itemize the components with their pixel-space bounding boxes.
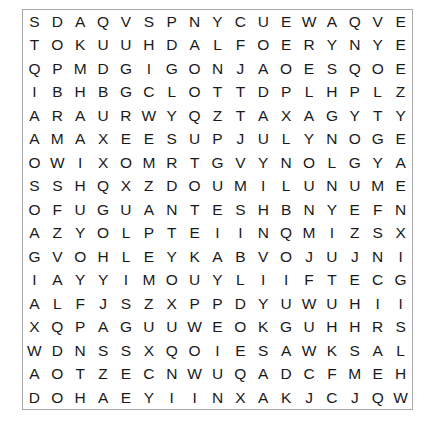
grid-cell[interactable]: U bbox=[320, 245, 343, 268]
grid-cell[interactable]: Q bbox=[160, 339, 183, 362]
grid-cell[interactable]: J bbox=[229, 57, 252, 80]
grid-cell[interactable]: V bbox=[252, 245, 275, 268]
grid-cell[interactable]: O bbox=[366, 57, 389, 80]
grid-cell[interactable]: K bbox=[183, 245, 206, 268]
grid-cell[interactable]: H bbox=[137, 33, 160, 56]
grid-cell[interactable]: W bbox=[183, 362, 206, 385]
grid-cell[interactable]: C bbox=[298, 362, 321, 385]
grid-cell[interactable]: S bbox=[229, 198, 252, 221]
grid-cell[interactable]: A bbox=[252, 57, 275, 80]
grid-cell[interactable]: D bbox=[160, 174, 183, 197]
grid-cell[interactable]: K bbox=[320, 339, 343, 362]
grid-cell[interactable]: Q bbox=[183, 104, 206, 127]
grid-cell[interactable]: T bbox=[229, 104, 252, 127]
grid-cell[interactable]: E bbox=[389, 127, 412, 150]
grid-cell[interactable]: I bbox=[366, 292, 389, 315]
grid-cell[interactable]: W bbox=[183, 315, 206, 338]
grid-cell[interactable]: G bbox=[343, 151, 366, 174]
grid-cell[interactable]: P bbox=[137, 221, 160, 244]
grid-cell[interactable]: Q bbox=[46, 315, 69, 338]
grid-cell[interactable]: D bbox=[46, 10, 69, 33]
grid-cell[interactable]: E bbox=[389, 57, 412, 80]
grid-cell[interactable]: K bbox=[69, 33, 92, 56]
grid-cell[interactable]: Y bbox=[206, 10, 229, 33]
grid-cell[interactable]: T bbox=[183, 151, 206, 174]
grid-cell[interactable]: L bbox=[229, 268, 252, 291]
grid-cell[interactable]: O bbox=[183, 80, 206, 103]
grid-cell[interactable]: Y bbox=[160, 245, 183, 268]
grid-cell[interactable]: C bbox=[229, 10, 252, 33]
grid-cell[interactable]: S bbox=[92, 339, 115, 362]
grid-cell[interactable]: L bbox=[298, 80, 321, 103]
grid-cell[interactable]: E bbox=[298, 57, 321, 80]
grid-cell[interactable]: M bbox=[343, 362, 366, 385]
grid-cell[interactable]: U bbox=[298, 174, 321, 197]
grid-cell[interactable]: E bbox=[137, 127, 160, 150]
grid-cell[interactable]: A bbox=[298, 104, 321, 127]
grid-cell[interactable]: A bbox=[23, 362, 46, 385]
grid-cell[interactable]: W bbox=[137, 104, 160, 127]
grid-cell[interactable]: I bbox=[252, 268, 275, 291]
grid-cell[interactable]: U bbox=[183, 127, 206, 150]
grid-cell[interactable]: D bbox=[160, 33, 183, 56]
grid-cell[interactable]: Y bbox=[252, 292, 275, 315]
word-search-grid: SDAQVSPNYCUEWAQVETOKUUHDALFOERYNYEQPMDGI… bbox=[22, 9, 413, 410]
grid-cell[interactable]: I bbox=[137, 57, 160, 80]
grid-cell[interactable]: N bbox=[69, 339, 92, 362]
grid-cell[interactable]: L bbox=[115, 221, 138, 244]
grid-cell[interactable]: T bbox=[366, 104, 389, 127]
grid-cell[interactable]: O bbox=[343, 127, 366, 150]
grid-cell[interactable]: T bbox=[206, 80, 229, 103]
grid-cell[interactable]: W bbox=[389, 386, 412, 409]
grid-cell[interactable]: C bbox=[366, 268, 389, 291]
grid-cell[interactable]: T bbox=[69, 362, 92, 385]
grid-cell[interactable]: U bbox=[69, 198, 92, 221]
grid-cell[interactable]: L bbox=[320, 151, 343, 174]
grid-cell[interactable]: H bbox=[92, 245, 115, 268]
grid-cell[interactable]: K bbox=[252, 315, 275, 338]
grid-cell[interactable]: J bbox=[92, 292, 115, 315]
grid-cell[interactable]: P bbox=[160, 10, 183, 33]
grid-cell[interactable]: Z bbox=[389, 80, 412, 103]
grid-cell[interactable]: Z bbox=[137, 174, 160, 197]
grid-cell[interactable]: H bbox=[343, 315, 366, 338]
grid-cell[interactable]: N bbox=[298, 198, 321, 221]
grid-cell[interactable]: U bbox=[183, 268, 206, 291]
grid-cell[interactable]: I bbox=[183, 386, 206, 409]
grid-cell[interactable]: F bbox=[320, 362, 343, 385]
grid-cell[interactable]: X bbox=[275, 104, 298, 127]
grid-cell[interactable]: Z bbox=[137, 292, 160, 315]
grid-cell[interactable]: M bbox=[298, 221, 321, 244]
grid-cell[interactable]: E bbox=[275, 10, 298, 33]
grid-cell[interactable]: E bbox=[389, 174, 412, 197]
grid-cell[interactable]: V bbox=[46, 245, 69, 268]
grid-cell[interactable]: F bbox=[46, 198, 69, 221]
grid-cell[interactable]: Y bbox=[298, 127, 321, 150]
grid-cell[interactable]: Y bbox=[206, 268, 229, 291]
grid-cell[interactable]: O bbox=[23, 151, 46, 174]
grid-cell[interactable]: L bbox=[160, 80, 183, 103]
grid-cell[interactable]: V bbox=[115, 10, 138, 33]
grid-cell[interactable]: E bbox=[229, 339, 252, 362]
grid-cell[interactable]: G bbox=[115, 315, 138, 338]
grid-cell[interactable]: O bbox=[160, 268, 183, 291]
grid-cell[interactable]: R bbox=[298, 33, 321, 56]
grid-cell[interactable]: N bbox=[366, 245, 389, 268]
grid-cell[interactable]: U bbox=[343, 174, 366, 197]
grid-cell[interactable]: E bbox=[389, 10, 412, 33]
grid-cell[interactable]: U bbox=[206, 174, 229, 197]
grid-cell[interactable]: S bbox=[46, 174, 69, 197]
grid-cell[interactable]: F bbox=[298, 268, 321, 291]
grid-cell[interactable]: A bbox=[183, 33, 206, 56]
grid-cell[interactable]: X bbox=[92, 151, 115, 174]
grid-cell[interactable]: T bbox=[183, 198, 206, 221]
grid-cell[interactable]: N bbox=[389, 198, 412, 221]
grid-cell[interactable]: G bbox=[275, 315, 298, 338]
grid-cell[interactable]: L bbox=[115, 245, 138, 268]
grid-cell[interactable]: X bbox=[137, 339, 160, 362]
grid-cell[interactable]: G bbox=[92, 198, 115, 221]
grid-cell[interactable]: F bbox=[366, 198, 389, 221]
grid-cell[interactable]: S bbox=[320, 57, 343, 80]
grid-cell[interactable]: X bbox=[92, 127, 115, 150]
grid-cell[interactable]: N bbox=[320, 174, 343, 197]
grid-cell[interactable]: D bbox=[92, 57, 115, 80]
grid-cell[interactable]: L bbox=[206, 33, 229, 56]
grid-cell[interactable]: Z bbox=[92, 362, 115, 385]
grid-cell[interactable]: Y bbox=[389, 104, 412, 127]
grid-cell[interactable]: Q bbox=[92, 174, 115, 197]
grid-cell[interactable]: X bbox=[115, 174, 138, 197]
grid-cell[interactable]: I bbox=[206, 221, 229, 244]
grid-cell[interactable]: E bbox=[343, 268, 366, 291]
grid-cell[interactable]: X bbox=[160, 292, 183, 315]
grid-cell[interactable]: A bbox=[23, 221, 46, 244]
grid-cell[interactable]: U bbox=[160, 315, 183, 338]
grid-cell[interactable]: M bbox=[69, 57, 92, 80]
grid-cell[interactable]: N bbox=[343, 33, 366, 56]
grid-cell[interactable]: S bbox=[115, 292, 138, 315]
grid-cell[interactable]: N bbox=[252, 221, 275, 244]
grid-cell[interactable]: L bbox=[366, 80, 389, 103]
grid-cell[interactable]: T bbox=[23, 33, 46, 56]
grid-cell[interactable]: Y bbox=[320, 198, 343, 221]
grid-cell[interactable]: Q bbox=[366, 386, 389, 409]
grid-cell[interactable]: D bbox=[252, 80, 275, 103]
grid-cell[interactable]: C bbox=[320, 386, 343, 409]
grid-cell[interactable]: Z bbox=[46, 221, 69, 244]
grid-cell[interactable]: S bbox=[389, 315, 412, 338]
grid-cell[interactable]: P bbox=[206, 292, 229, 315]
grid-cell[interactable]: A bbox=[275, 339, 298, 362]
grid-cell[interactable]: S bbox=[23, 174, 46, 197]
grid-cell[interactable]: E bbox=[389, 33, 412, 56]
grid-cell[interactable]: O bbox=[92, 221, 115, 244]
grid-cell[interactable]: P bbox=[46, 57, 69, 80]
grid-cell[interactable]: U bbox=[298, 315, 321, 338]
grid-cell[interactable]: O bbox=[229, 315, 252, 338]
grid-cell[interactable]: O bbox=[23, 198, 46, 221]
grid-cell[interactable]: S bbox=[252, 339, 275, 362]
grid-cell[interactable]: L bbox=[275, 127, 298, 150]
grid-cell[interactable]: Y bbox=[69, 221, 92, 244]
grid-cell[interactable]: Q bbox=[275, 221, 298, 244]
grid-cell[interactable]: S bbox=[160, 127, 183, 150]
grid-cell[interactable]: U bbox=[115, 198, 138, 221]
grid-cell[interactable]: A bbox=[252, 104, 275, 127]
grid-cell[interactable]: I bbox=[320, 221, 343, 244]
grid-cell[interactable]: U bbox=[137, 315, 160, 338]
grid-cell[interactable]: O bbox=[252, 33, 275, 56]
grid-cell[interactable]: E bbox=[183, 221, 206, 244]
grid-cell[interactable]: D bbox=[229, 292, 252, 315]
grid-cell[interactable]: I bbox=[160, 386, 183, 409]
grid-cell[interactable]: H bbox=[343, 292, 366, 315]
grid-cell[interactable]: J bbox=[343, 245, 366, 268]
grid-cell[interactable]: O bbox=[298, 151, 321, 174]
grid-cell[interactable]: I bbox=[389, 245, 412, 268]
grid-cell[interactable]: J bbox=[343, 386, 366, 409]
grid-cell[interactable]: I bbox=[206, 339, 229, 362]
grid-cell[interactable]: W bbox=[298, 292, 321, 315]
grid-cell[interactable]: O bbox=[275, 57, 298, 80]
grid-cell[interactable]: A bbox=[92, 315, 115, 338]
grid-cell[interactable]: W bbox=[298, 339, 321, 362]
grid-cell[interactable]: B bbox=[229, 245, 252, 268]
grid-cell[interactable]: B bbox=[92, 80, 115, 103]
grid-cell[interactable]: W bbox=[298, 10, 321, 33]
grid-cell[interactable]: R bbox=[160, 151, 183, 174]
grid-cell[interactable]: G bbox=[206, 151, 229, 174]
grid-cell[interactable]: J bbox=[229, 127, 252, 150]
grid-cell[interactable]: I bbox=[229, 221, 252, 244]
grid-cell[interactable]: U bbox=[320, 292, 343, 315]
grid-cell[interactable]: A bbox=[252, 386, 275, 409]
grid-cell[interactable]: N bbox=[183, 10, 206, 33]
grid-cell[interactable]: E bbox=[115, 362, 138, 385]
grid-cell[interactable]: V bbox=[366, 10, 389, 33]
grid-cell[interactable]: I bbox=[69, 151, 92, 174]
grid-cell[interactable]: G bbox=[366, 127, 389, 150]
grid-cell[interactable]: X bbox=[389, 221, 412, 244]
grid-cell[interactable]: F bbox=[69, 292, 92, 315]
grid-cell[interactable]: G bbox=[160, 57, 183, 80]
grid-cell[interactable]: O bbox=[275, 245, 298, 268]
grid-cell[interactable]: H bbox=[252, 198, 275, 221]
grid-cell[interactable]: Y bbox=[69, 268, 92, 291]
grid-cell[interactable]: Y bbox=[92, 268, 115, 291]
grid-cell[interactable]: P bbox=[343, 80, 366, 103]
grid-cell[interactable]: G bbox=[115, 80, 138, 103]
grid-cell[interactable]: G bbox=[389, 268, 412, 291]
grid-cell[interactable]: W bbox=[23, 339, 46, 362]
grid-cell[interactable]: B bbox=[275, 198, 298, 221]
grid-cell[interactable]: Y bbox=[366, 33, 389, 56]
grid-cell[interactable]: O bbox=[69, 245, 92, 268]
grid-cell[interactable]: L bbox=[389, 339, 412, 362]
grid-cell[interactable]: X bbox=[229, 386, 252, 409]
grid-cell[interactable]: S bbox=[366, 221, 389, 244]
grid-cell[interactable]: Q bbox=[343, 57, 366, 80]
grid-cell[interactable]: B bbox=[46, 80, 69, 103]
grid-cell[interactable]: H bbox=[320, 80, 343, 103]
grid-cell[interactable]: V bbox=[229, 151, 252, 174]
grid-cell[interactable]: N bbox=[275, 151, 298, 174]
grid-cell[interactable]: Q bbox=[343, 10, 366, 33]
grid-cell[interactable]: Y bbox=[137, 386, 160, 409]
grid-cell[interactable]: H bbox=[69, 386, 92, 409]
grid-cell[interactable]: F bbox=[229, 33, 252, 56]
grid-cell[interactable]: A bbox=[366, 339, 389, 362]
grid-cell[interactable]: R bbox=[366, 315, 389, 338]
grid-cell[interactable]: H bbox=[320, 315, 343, 338]
grid-cell[interactable]: P bbox=[69, 315, 92, 338]
grid-cell[interactable]: O bbox=[46, 33, 69, 56]
grid-cell[interactable]: A bbox=[389, 151, 412, 174]
page: { "game": "word-search", "grid": { "rows… bbox=[0, 0, 425, 429]
grid-cell[interactable]: Z bbox=[343, 221, 366, 244]
grid-cell[interactable]: L bbox=[275, 174, 298, 197]
grid-cell[interactable]: X bbox=[23, 315, 46, 338]
grid-cell[interactable]: A bbox=[206, 245, 229, 268]
grid-cell[interactable]: U bbox=[92, 104, 115, 127]
grid-cell[interactable]: Q bbox=[229, 362, 252, 385]
grid-cell[interactable]: S bbox=[23, 10, 46, 33]
grid-cell[interactable]: E bbox=[137, 245, 160, 268]
grid-cell[interactable]: O bbox=[183, 339, 206, 362]
grid-cell[interactable]: N bbox=[206, 386, 229, 409]
grid-cell[interactable]: S bbox=[343, 339, 366, 362]
grid-cell[interactable]: M bbox=[366, 174, 389, 197]
grid-cell[interactable]: N bbox=[320, 127, 343, 150]
grid-cell[interactable]: D bbox=[275, 362, 298, 385]
grid-cell[interactable]: T bbox=[229, 80, 252, 103]
grid-cell[interactable]: T bbox=[160, 221, 183, 244]
grid-cell[interactable]: C bbox=[137, 80, 160, 103]
grid-cell[interactable]: O bbox=[183, 174, 206, 197]
grid-cell[interactable]: A bbox=[23, 104, 46, 127]
grid-cell[interactable]: L bbox=[46, 292, 69, 315]
grid-cell[interactable]: K bbox=[275, 386, 298, 409]
grid-cell[interactable]: G bbox=[115, 57, 138, 80]
grid-cell[interactable]: T bbox=[320, 268, 343, 291]
grid-cell[interactable]: M bbox=[46, 127, 69, 150]
grid-cell[interactable]: D bbox=[23, 386, 46, 409]
grid-cell[interactable]: J bbox=[298, 386, 321, 409]
grid-cell[interactable]: E bbox=[206, 315, 229, 338]
grid-cell[interactable]: Y bbox=[366, 151, 389, 174]
grid-cell[interactable]: D bbox=[46, 339, 69, 362]
grid-cell[interactable]: U bbox=[206, 362, 229, 385]
grid-cell[interactable]: A bbox=[23, 292, 46, 315]
grid-cell[interactable]: N bbox=[160, 198, 183, 221]
grid-cell[interactable]: A bbox=[46, 268, 69, 291]
grid-cell[interactable]: U bbox=[275, 292, 298, 315]
grid-cell[interactable]: Y bbox=[160, 104, 183, 127]
grid-cell[interactable]: O bbox=[115, 151, 138, 174]
grid-cell[interactable]: A bbox=[69, 10, 92, 33]
grid-cell[interactable]: P bbox=[275, 80, 298, 103]
grid-cell[interactable]: A bbox=[320, 10, 343, 33]
grid-cell[interactable]: I bbox=[389, 292, 412, 315]
grid-cell[interactable]: A bbox=[69, 127, 92, 150]
grid-cell[interactable]: M bbox=[137, 268, 160, 291]
grid-cell[interactable]: O bbox=[183, 57, 206, 80]
grid-cell[interactable]: E bbox=[343, 198, 366, 221]
grid-cell[interactable]: E bbox=[275, 33, 298, 56]
grid-cell[interactable]: W bbox=[46, 151, 69, 174]
grid-cell[interactable]: P bbox=[183, 292, 206, 315]
grid-cell[interactable]: I bbox=[23, 268, 46, 291]
grid-cell[interactable]: Y bbox=[320, 33, 343, 56]
grid-cell[interactable]: S bbox=[137, 10, 160, 33]
grid-cell[interactable]: G bbox=[23, 245, 46, 268]
grid-cell[interactable]: N bbox=[160, 362, 183, 385]
grid-cell[interactable]: U bbox=[252, 127, 275, 150]
grid-cell[interactable]: Y bbox=[252, 151, 275, 174]
grid-cell[interactable]: Q bbox=[92, 10, 115, 33]
grid-cell[interactable]: A bbox=[23, 127, 46, 150]
grid-cell[interactable]: Y bbox=[343, 104, 366, 127]
grid-cell[interactable]: G bbox=[320, 104, 343, 127]
grid-cell[interactable]: I bbox=[252, 174, 275, 197]
grid-cell[interactable]: A bbox=[69, 104, 92, 127]
grid-cell[interactable]: H bbox=[389, 362, 412, 385]
grid-cell[interactable]: M bbox=[229, 174, 252, 197]
grid-cell[interactable]: R bbox=[46, 104, 69, 127]
grid-cell[interactable]: P bbox=[206, 127, 229, 150]
grid-cell[interactable]: H bbox=[69, 80, 92, 103]
grid-cell[interactable]: N bbox=[206, 57, 229, 80]
grid-cell[interactable]: U bbox=[92, 33, 115, 56]
grid-cell[interactable]: E bbox=[206, 198, 229, 221]
grid-cell[interactable]: O bbox=[46, 362, 69, 385]
grid-cell[interactable]: U bbox=[252, 10, 275, 33]
grid-cell[interactable]: S bbox=[115, 339, 138, 362]
grid-cell[interactable]: I bbox=[115, 268, 138, 291]
grid-cell[interactable]: A bbox=[252, 362, 275, 385]
grid-cell[interactable]: I bbox=[275, 268, 298, 291]
grid-cell[interactable]: U bbox=[115, 33, 138, 56]
grid-cell[interactable]: E bbox=[115, 127, 138, 150]
grid-cell[interactable]: A bbox=[137, 198, 160, 221]
grid-cell[interactable]: E bbox=[366, 362, 389, 385]
grid-cell[interactable]: M bbox=[137, 151, 160, 174]
grid-cell[interactable]: J bbox=[298, 245, 321, 268]
grid-cell[interactable]: E bbox=[115, 386, 138, 409]
grid-cell[interactable]: R bbox=[115, 104, 138, 127]
grid-cell[interactable]: O bbox=[46, 386, 69, 409]
grid-cell[interactable]: I bbox=[23, 80, 46, 103]
grid-cell[interactable]: C bbox=[137, 362, 160, 385]
grid-cell[interactable]: Q bbox=[23, 57, 46, 80]
grid-cell[interactable]: H bbox=[69, 174, 92, 197]
grid-cell[interactable]: A bbox=[92, 386, 115, 409]
grid-cell[interactable]: Z bbox=[206, 104, 229, 127]
